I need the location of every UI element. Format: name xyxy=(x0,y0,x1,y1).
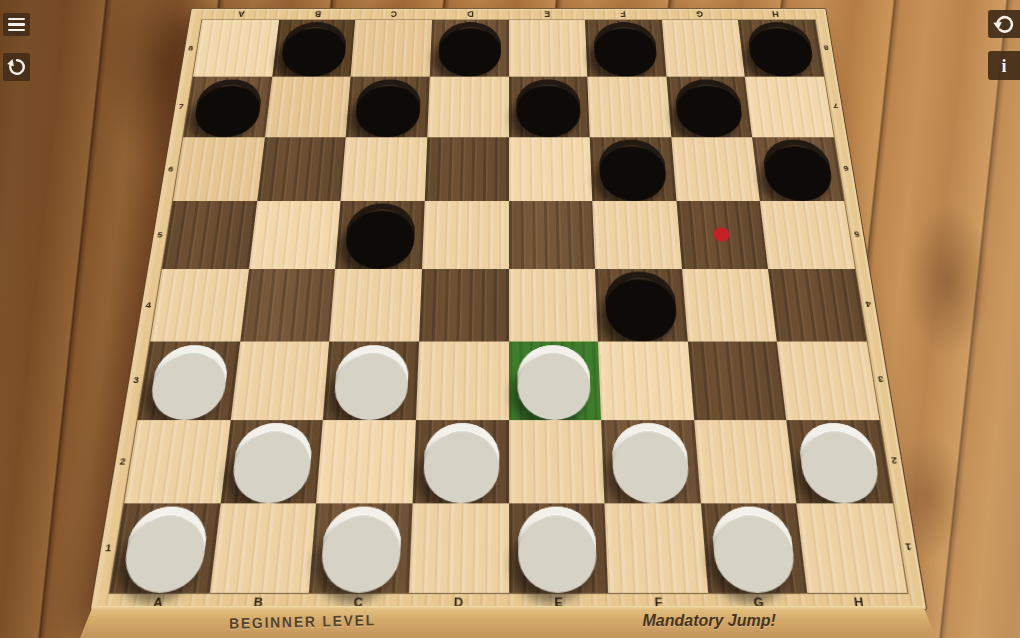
square-d7[interactable] xyxy=(427,77,508,137)
square-d5[interactable] xyxy=(422,201,509,269)
white-man-a3[interactable] xyxy=(148,345,230,411)
square-e6[interactable] xyxy=(509,137,593,201)
white-man-g1[interactable] xyxy=(711,507,797,583)
hamburger-icon xyxy=(8,18,25,32)
square-f4[interactable] xyxy=(595,269,687,342)
board-squares xyxy=(110,20,908,593)
square-g5[interactable] xyxy=(676,201,768,269)
undo-button[interactable] xyxy=(988,10,1020,38)
menu-button[interactable] xyxy=(3,13,30,36)
square-d6[interactable] xyxy=(425,137,509,201)
square-c4[interactable] xyxy=(329,269,421,342)
black-man-f6[interactable] xyxy=(598,139,667,193)
square-g2[interactable] xyxy=(694,420,797,504)
square-g7[interactable] xyxy=(666,77,752,137)
white-man-h2[interactable] xyxy=(796,423,881,494)
square-b8[interactable] xyxy=(272,20,355,77)
square-f7[interactable] xyxy=(587,77,671,137)
rotate-icon xyxy=(6,56,28,78)
square-a6[interactable] xyxy=(173,137,265,201)
square-e4[interactable] xyxy=(509,269,599,342)
square-a8[interactable] xyxy=(193,20,279,77)
square-e5[interactable] xyxy=(509,201,596,269)
square-d2[interactable] xyxy=(412,420,508,504)
square-a2[interactable] xyxy=(124,420,230,504)
file-label-far-c: C xyxy=(355,9,432,20)
square-h6[interactable] xyxy=(752,137,844,201)
black-man-d8[interactable] xyxy=(438,22,501,70)
square-d8[interactable] xyxy=(430,20,509,77)
square-b2[interactable] xyxy=(220,420,323,504)
square-c2[interactable] xyxy=(316,420,415,504)
white-man-e1[interactable] xyxy=(518,507,598,583)
info-icon: i xyxy=(1001,57,1006,75)
square-h2[interactable] xyxy=(787,420,893,504)
checkers-board: ABCDEFGH ABCDEFGH 87654321 87654321 xyxy=(110,20,908,593)
square-e7[interactable] xyxy=(509,77,590,137)
checkers-app: ABCDEFGH ABCDEFGH 87654321 87654321 BEGI… xyxy=(0,0,1020,638)
square-d1[interactable] xyxy=(409,503,509,593)
square-e1[interactable] xyxy=(509,503,609,593)
square-f3[interactable] xyxy=(598,342,694,420)
white-man-e3[interactable] xyxy=(517,345,591,411)
square-e3[interactable] xyxy=(509,342,602,420)
square-b4[interactable] xyxy=(240,269,335,342)
black-man-c5[interactable] xyxy=(344,204,416,262)
square-b5[interactable] xyxy=(249,201,341,269)
square-d4[interactable] xyxy=(419,269,509,342)
file-labels-far: ABCDEFGH xyxy=(202,9,814,20)
board-front-face: BEGINNER LEVEL Mandatory Jump! xyxy=(80,606,936,638)
square-f2[interactable] xyxy=(601,420,700,504)
square-a3[interactable] xyxy=(138,342,240,420)
file-label-far-b: B xyxy=(279,9,356,20)
square-h7[interactable] xyxy=(745,77,834,137)
black-man-h6[interactable] xyxy=(761,139,835,193)
square-h3[interactable] xyxy=(777,342,879,420)
white-man-f2[interactable] xyxy=(611,423,691,494)
black-man-f8[interactable] xyxy=(593,22,658,70)
board-scene: ABCDEFGH ABCDEFGH 87654321 87654321 xyxy=(162,0,855,594)
black-man-c7[interactable] xyxy=(355,79,422,130)
square-h1[interactable] xyxy=(797,503,908,593)
square-d3[interactable] xyxy=(416,342,509,420)
black-man-h8[interactable] xyxy=(746,22,815,70)
file-label-far-g: G xyxy=(661,9,738,20)
square-f5[interactable] xyxy=(592,201,681,269)
white-man-c1[interactable] xyxy=(320,507,403,583)
square-h8[interactable] xyxy=(738,20,824,77)
file-label-far-a: A xyxy=(202,9,280,20)
square-c5[interactable] xyxy=(335,201,424,269)
file-label-far-e: E xyxy=(509,9,586,20)
square-f6[interactable] xyxy=(590,137,676,201)
square-h4[interactable] xyxy=(768,269,866,342)
black-man-b8[interactable] xyxy=(281,22,348,70)
file-label-far-f: F xyxy=(585,9,662,20)
undo-arrow-icon xyxy=(992,12,1016,36)
square-f1[interactable] xyxy=(605,503,708,593)
square-b6[interactable] xyxy=(257,137,346,201)
restart-button[interactable] xyxy=(3,53,30,81)
white-man-a1[interactable] xyxy=(121,507,210,583)
square-b3[interactable] xyxy=(230,342,329,420)
white-man-d2[interactable] xyxy=(422,423,499,494)
square-c7[interactable] xyxy=(346,77,430,137)
square-e8[interactable] xyxy=(509,20,588,77)
black-man-a7[interactable] xyxy=(193,79,264,130)
square-c8[interactable] xyxy=(351,20,432,77)
file-label-far-d: D xyxy=(432,9,509,20)
square-a5[interactable] xyxy=(162,201,257,269)
white-man-c3[interactable] xyxy=(333,345,410,411)
square-b1[interactable] xyxy=(209,503,316,593)
black-man-e7[interactable] xyxy=(516,79,581,130)
level-label: BEGINNER LEVEL xyxy=(98,608,508,634)
square-c6[interactable] xyxy=(341,137,427,201)
status-message: Mandatory Jump! xyxy=(482,612,936,630)
square-g8[interactable] xyxy=(662,20,745,77)
square-c3[interactable] xyxy=(323,342,419,420)
square-g3[interactable] xyxy=(688,342,787,420)
file-label-far-h: H xyxy=(737,9,815,20)
square-b7[interactable] xyxy=(265,77,351,137)
square-a4[interactable] xyxy=(150,269,248,342)
info-button[interactable]: i xyxy=(988,51,1020,80)
white-man-b2[interactable] xyxy=(231,423,314,494)
black-man-f4[interactable] xyxy=(604,272,678,334)
square-g1[interactable] xyxy=(701,503,808,593)
square-f8[interactable] xyxy=(585,20,666,77)
square-c1[interactable] xyxy=(309,503,412,593)
square-h5[interactable] xyxy=(760,201,855,269)
square-a1[interactable] xyxy=(110,503,221,593)
square-g6[interactable] xyxy=(671,137,760,201)
black-man-g7[interactable] xyxy=(674,79,743,130)
jump-target-dot[interactable] xyxy=(713,228,730,242)
square-g4[interactable] xyxy=(682,269,777,342)
square-e2[interactable] xyxy=(509,420,605,504)
square-a7[interactable] xyxy=(183,77,272,137)
